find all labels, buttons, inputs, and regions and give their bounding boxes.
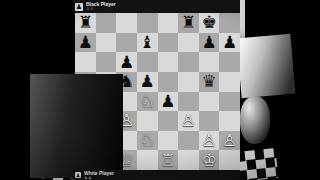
white-pawn-g2: ♙	[201, 132, 216, 149]
top-player-avatar-pawn-icon: ♟	[75, 3, 83, 11]
square-c7[interactable]	[116, 33, 137, 53]
square-c5[interactable]: ♞	[116, 72, 137, 92]
background-knight-photo: ♞	[236, 34, 295, 98]
square-g7[interactable]: ♟	[199, 33, 220, 53]
square-a8[interactable]: ♜	[75, 13, 96, 33]
square-a3[interactable]	[75, 111, 96, 131]
thumbnail-stage: ♞ ♜ ♟ Black Player ♙♙ ♜♜♚♟♝♟♟♟♞♟♛♘♟♙♙♙♙♘…	[0, 0, 320, 180]
white-pawn-a2: ♙	[78, 132, 93, 149]
square-e3[interactable]	[158, 111, 179, 131]
bottom-player-captured-pieces: ♟♟	[84, 176, 114, 180]
square-c6[interactable]: ♟	[116, 52, 137, 72]
black-rook-a8: ♜	[78, 14, 93, 31]
white-rook-e1: ♖	[160, 152, 175, 169]
black-knight-c5: ♞	[119, 73, 134, 90]
top-player-bar: ♟ Black Player ♙♙	[73, 0, 240, 13]
square-f6[interactable]	[178, 52, 199, 72]
white-pawn-h2: ♙	[222, 132, 237, 149]
black-queen-g5: ♛	[201, 73, 216, 90]
black-rook-f8: ♜	[181, 14, 196, 31]
bottom-player-avatar-pawn-icon: ♟	[75, 172, 81, 178]
chess-board[interactable]: ♜♜♚♟♝♟♟♟♞♟♛♘♟♙♙♙♙♘♙♙♖♕♖♔	[75, 13, 240, 170]
square-e2[interactable]	[158, 131, 179, 151]
square-d7[interactable]: ♝	[137, 33, 158, 53]
square-a6[interactable]	[75, 52, 96, 72]
white-rook-a1: ♖	[78, 152, 93, 169]
square-f8[interactable]: ♜	[178, 13, 199, 33]
square-e6[interactable]	[158, 52, 179, 72]
square-b3[interactable]: ♙	[96, 111, 117, 131]
black-pawn-c6: ♟	[119, 54, 134, 71]
square-c1[interactable]: ♕	[116, 150, 137, 170]
square-d3[interactable]	[137, 111, 158, 131]
square-a5[interactable]	[75, 72, 96, 92]
square-f3[interactable]: ♙	[178, 111, 199, 131]
square-d8[interactable]	[137, 13, 158, 33]
square-e1[interactable]: ♖	[158, 150, 179, 170]
square-g4[interactable]	[199, 92, 220, 112]
black-pawn-e4: ♟	[160, 93, 175, 110]
square-e8[interactable]	[158, 13, 179, 33]
square-d5[interactable]: ♟	[137, 72, 158, 92]
white-knight-d4: ♘	[140, 93, 155, 110]
square-b6[interactable]	[96, 52, 117, 72]
square-h8[interactable]	[219, 13, 240, 33]
background-knight-base	[240, 96, 270, 144]
square-g3[interactable]	[199, 111, 220, 131]
square-e7[interactable]	[158, 33, 179, 53]
black-pawn-g7: ♟	[201, 34, 216, 51]
white-pawn-c3: ♙	[119, 112, 134, 129]
square-d6[interactable]	[137, 52, 158, 72]
square-b7[interactable]	[96, 33, 117, 53]
black-pawn-h7: ♟	[222, 34, 237, 51]
square-g2[interactable]: ♙	[199, 131, 220, 151]
background-floor-checker-right	[236, 148, 279, 180]
black-king-g8: ♚	[201, 14, 216, 31]
white-queen-c1: ♕	[119, 152, 134, 169]
square-g1[interactable]: ♔	[199, 150, 220, 170]
square-h2[interactable]: ♙	[219, 131, 240, 151]
square-d1[interactable]	[137, 150, 158, 170]
square-h6[interactable]	[219, 52, 240, 72]
square-g8[interactable]: ♚	[199, 13, 220, 33]
square-a1[interactable]: ♖	[75, 150, 96, 170]
background-floor-checker-left	[34, 145, 77, 180]
square-b5[interactable]	[96, 72, 117, 92]
square-b8[interactable]	[96, 13, 117, 33]
square-f1[interactable]	[178, 150, 199, 170]
square-a4[interactable]	[75, 92, 96, 112]
white-pawn-b3: ♙	[98, 112, 113, 129]
square-g5[interactable]: ♛	[199, 72, 220, 92]
black-pawn-d5: ♟	[140, 73, 155, 90]
square-d4[interactable]: ♘	[137, 92, 158, 112]
square-f4[interactable]	[178, 92, 199, 112]
square-f5[interactable]	[178, 72, 199, 92]
square-g6[interactable]	[199, 52, 220, 72]
square-h4[interactable]	[219, 92, 240, 112]
square-d2[interactable]: ♘	[137, 131, 158, 151]
square-c2[interactable]	[116, 131, 137, 151]
square-b2[interactable]	[96, 131, 117, 151]
square-e5[interactable]	[158, 72, 179, 92]
white-knight-d2: ♘	[140, 132, 155, 149]
square-c8[interactable]	[116, 13, 137, 33]
square-h5[interactable]	[219, 72, 240, 92]
square-a2[interactable]: ♙	[75, 131, 96, 151]
top-player-captured-pieces: ♙♙	[86, 7, 116, 11]
square-b1[interactable]	[96, 150, 117, 170]
square-f7[interactable]	[178, 33, 199, 53]
square-c4[interactable]	[116, 92, 137, 112]
square-f2[interactable]	[178, 131, 199, 151]
white-pawn-f3: ♙	[181, 112, 196, 129]
square-h1[interactable]	[219, 150, 240, 170]
square-e4[interactable]: ♟	[158, 92, 179, 112]
square-c3[interactable]: ♙	[116, 111, 137, 131]
white-king-g1: ♔	[201, 152, 216, 169]
square-h3[interactable]	[219, 111, 240, 131]
square-h7[interactable]: ♟	[219, 33, 240, 53]
bottom-player-bar: ♟ White Player ♟♟	[73, 170, 240, 180]
black-bishop-d7: ♝	[140, 34, 155, 51]
square-a7[interactable]: ♟	[75, 33, 96, 53]
black-pawn-a7: ♟	[78, 34, 93, 51]
square-b4[interactable]	[96, 92, 117, 112]
